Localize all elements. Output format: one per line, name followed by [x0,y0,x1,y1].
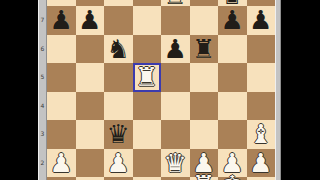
square-f7[interactable] [190,6,219,35]
piece-black-rook[interactable]: ♜ [190,35,219,64]
chess-board: ♜♚♟♟♟♟♞♟♜♜♛♝♟♟♛♟♟♟♜♚ [47,0,275,180]
piece-black-pawn[interactable]: ♟ [218,6,247,35]
square-d3[interactable] [133,120,162,149]
square-b3[interactable] [76,120,105,149]
square-e7[interactable] [161,6,190,35]
square-h2[interactable]: ♟ [247,149,276,178]
square-e6[interactable]: ♟ [161,35,190,64]
piece-black-pawn[interactable]: ♟ [161,35,190,64]
square-c1[interactable] [104,177,133,180]
square-b1[interactable] [76,177,105,180]
square-a1[interactable] [47,177,76,180]
square-b2[interactable] [76,149,105,178]
square-g2[interactable]: ♟ [218,149,247,178]
square-f2[interactable]: ♟ [190,149,219,178]
square-e5[interactable] [161,63,190,92]
rank-label-7: 7 [39,16,46,24]
square-a2[interactable]: ♟ [47,149,76,178]
square-a4[interactable] [47,92,76,121]
square-h7[interactable]: ♟ [247,6,276,35]
square-g4[interactable] [218,92,247,121]
square-f3[interactable] [190,120,219,149]
video-frame: 765432 ♜♚♟♟♟♟♞♟♜♜♛♝♟♟♛♟♟♟♜♚ [0,0,320,180]
board-right-frame [275,0,281,180]
piece-black-queen[interactable]: ♛ [104,120,133,149]
square-d4[interactable] [133,92,162,121]
square-h3[interactable]: ♝ [247,120,276,149]
square-d6[interactable] [133,35,162,64]
square-f6[interactable]: ♜ [190,35,219,64]
square-d1[interactable] [133,177,162,180]
piece-white-rook[interactable]: ♜ [133,63,162,92]
square-e1[interactable] [161,177,190,180]
square-d7[interactable] [133,6,162,35]
piece-black-knight[interactable]: ♞ [104,35,133,64]
square-c7[interactable] [104,6,133,35]
square-f1[interactable]: ♜ [190,177,219,180]
square-a7[interactable]: ♟ [47,6,76,35]
square-g5[interactable] [218,63,247,92]
square-h4[interactable] [247,92,276,121]
rank-label-2: 2 [39,159,46,167]
piece-white-pawn[interactable]: ♟ [47,149,76,178]
square-c2[interactable]: ♟ [104,149,133,178]
square-e2[interactable]: ♛ [161,149,190,178]
square-c5[interactable] [104,63,133,92]
square-g3[interactable] [218,120,247,149]
rank-label-6: 6 [39,45,46,53]
square-e3[interactable] [161,120,190,149]
rank-label-4: 4 [39,102,46,110]
piece-white-pawn[interactable]: ♟ [104,149,133,178]
square-h1[interactable] [247,177,276,180]
square-a5[interactable] [47,63,76,92]
square-e4[interactable] [161,92,190,121]
square-b5[interactable] [76,63,105,92]
square-d2[interactable] [133,149,162,178]
square-f5[interactable] [190,63,219,92]
rank-coordinate-strip: 765432 [38,0,47,180]
square-g6[interactable] [218,35,247,64]
rank-label-5: 5 [39,73,46,81]
board-viewport: ♜♚♟♟♟♟♞♟♜♜♛♝♟♟♛♟♟♟♜♚ [47,0,275,180]
square-f4[interactable] [190,92,219,121]
square-a3[interactable] [47,120,76,149]
piece-white-bishop[interactable]: ♝ [247,120,276,149]
square-c3[interactable]: ♛ [104,120,133,149]
square-d5[interactable]: ♜ [133,63,162,92]
piece-white-pawn[interactable]: ♟ [247,149,276,178]
square-h6[interactable] [247,35,276,64]
piece-white-queen[interactable]: ♛ [161,149,190,178]
square-g7[interactable]: ♟ [218,6,247,35]
square-c4[interactable] [104,92,133,121]
piece-black-pawn[interactable]: ♟ [76,6,105,35]
piece-white-pawn[interactable]: ♟ [218,149,247,178]
piece-black-pawn[interactable]: ♟ [47,6,76,35]
square-g1[interactable]: ♚ [218,177,247,180]
piece-white-pawn[interactable]: ♟ [190,149,219,178]
piece-black-pawn[interactable]: ♟ [247,6,276,35]
square-b4[interactable] [76,92,105,121]
square-c6[interactable]: ♞ [104,35,133,64]
square-a6[interactable] [47,35,76,64]
rank-label-3: 3 [39,130,46,138]
square-b6[interactable] [76,35,105,64]
square-h5[interactable] [247,63,276,92]
square-b7[interactable]: ♟ [76,6,105,35]
